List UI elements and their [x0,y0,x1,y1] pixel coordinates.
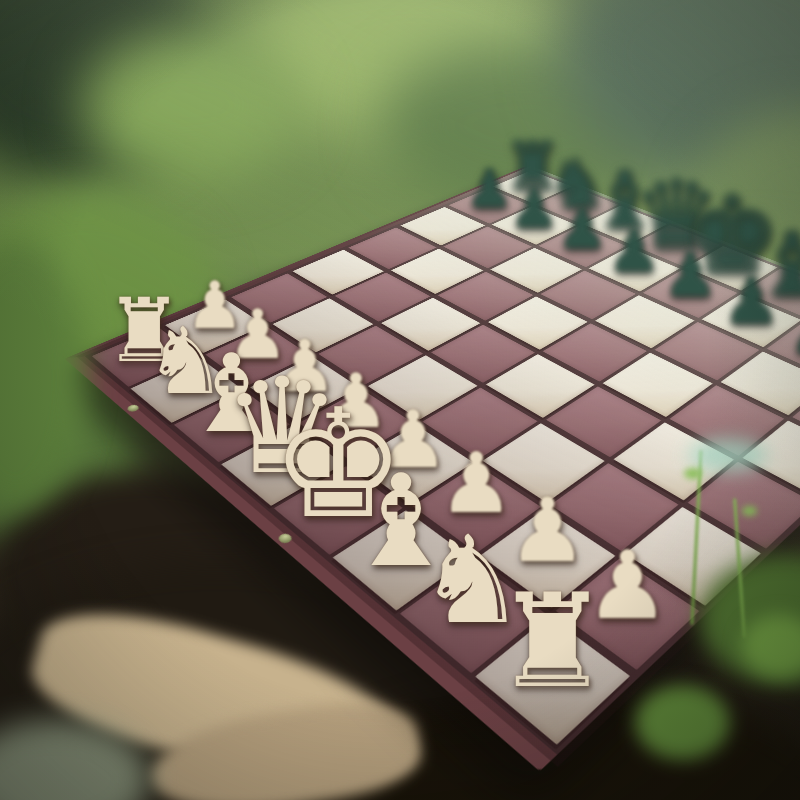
chess-board [0,0,800,800]
hinge-screw-icon [276,532,294,545]
hinge-screw-icon [126,404,141,413]
board-surface [64,166,800,771]
moss-tuft [635,685,730,760]
board-grid [85,168,800,754]
forest-scene: ♜♞♝♛♚♝♞♜♟♟♟♟♟♟♟♟♟♟♟♟♟♟♟♟♜♞♝♛♚♝♞♜ [0,0,800,800]
